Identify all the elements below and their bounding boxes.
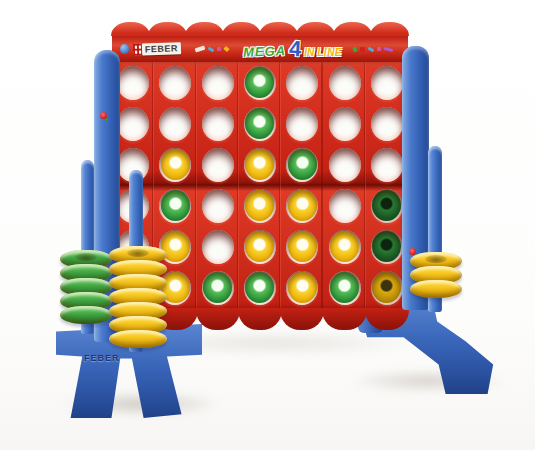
title-word-in: IN [304,47,314,58]
board-hole [117,107,149,141]
board-top-wavy-edge [112,22,408,36]
board-hole [371,148,403,182]
feber-logo: FEBER [133,42,181,56]
board-hole [117,66,149,100]
board-hole [371,230,403,264]
board-hole [329,230,361,264]
board-hole [159,189,191,223]
yellow-stacking-ring [109,330,167,348]
board-cell-r2c4[interactable] [239,103,281,144]
board-hole [286,230,318,264]
flower-sticker [100,112,107,119]
board-hole [244,230,276,264]
board-cell-r6c4[interactable] [239,267,281,308]
board-hole [329,271,361,305]
disc-green [288,149,317,180]
board-cell-r4c3[interactable] [197,185,239,226]
disc-green [372,190,401,221]
disc-yellow [288,272,317,303]
board-cell-r2c3[interactable] [197,103,239,144]
disc-yellow [288,231,317,262]
board-hole [202,189,234,223]
disc-green [330,272,359,303]
disc-green [161,190,190,221]
confetti-decoration [185,47,239,51]
board-cell-r5c5[interactable] [281,226,323,267]
disc-green [245,67,274,98]
game-title: MEGA 4 IN LINE [243,39,342,59]
board-cell-r2c2[interactable] [154,103,196,144]
board-hole [329,66,361,100]
yellow-stacking-ring [410,280,462,298]
board-cell-r2c6[interactable] [323,103,365,144]
board-cell-r1c2[interactable] [154,62,196,103]
board-hole [371,271,403,305]
board-hole [286,148,318,182]
board-hole [202,66,234,100]
board-hole [202,148,234,182]
disc-yellow [245,149,274,180]
board-cell-r1c6[interactable] [323,62,365,103]
board-cell-r6c3[interactable] [197,267,239,308]
board-hole [371,107,403,141]
green-stacking-ring [60,306,112,324]
board-hole [159,107,191,141]
disc-green [203,272,232,303]
board-cell-r4c6[interactable] [323,185,365,226]
green-ring-stack [60,250,112,324]
board-hole [286,66,318,100]
board-cell-r4c4[interactable] [239,185,281,226]
board-cell-r3c3[interactable] [197,144,239,185]
board-hole [329,107,361,141]
balloon-decoration [120,44,129,54]
board-hole [244,271,276,305]
title-word-line: LINE [317,47,342,58]
disc-yellow [245,190,274,221]
board-hole [202,107,234,141]
board-cell-r4c5[interactable] [281,185,323,226]
yellow-ring-stack-left [109,246,167,348]
board-hole [286,271,318,305]
disc-green [372,231,401,262]
board-cell-r3c6[interactable] [323,144,365,185]
feber-logo-text: FEBER [142,42,181,55]
board-cell-r1c4[interactable] [239,62,281,103]
confetti-decoration [346,47,400,52]
board-hole [329,189,361,223]
board-cell-r3c5[interactable] [281,144,323,185]
board-cell-r5c6[interactable] [323,226,365,267]
board-cell-r5c3[interactable] [197,226,239,267]
board-cell-r4c2[interactable] [154,185,196,226]
board-hole [244,189,276,223]
title-word-4: 4 [288,39,301,60]
feber-logo-red-square [133,44,142,56]
board-hole [159,66,191,100]
board-cell-r2c5[interactable] [281,103,323,144]
board-hole [244,148,276,182]
board-cell-r6c5[interactable] [281,267,323,308]
board-cell-r3c4[interactable] [239,144,281,185]
board-hole [202,230,234,264]
title-word-mega: MEGA [243,43,286,59]
board-cell-r5c4[interactable] [239,226,281,267]
yellow-ring-stack-right [410,252,462,298]
board-hole [286,107,318,141]
board-cell-r1c5[interactable] [281,62,323,103]
board-hole [202,271,234,305]
disc-green [245,272,274,303]
disc-yellow [288,190,317,221]
board-cell-r3c2[interactable] [154,144,196,185]
board-hole [329,148,361,182]
disc-green [245,108,274,139]
disc-yellow [372,272,401,303]
board-hole [371,189,403,223]
board-banner: FEBER MEGA 4 IN LINE [112,36,408,62]
board-hole [244,66,276,100]
board-hole [371,66,403,100]
board-hole [244,107,276,141]
disc-yellow [330,231,359,262]
board-cell-r1c3[interactable] [197,62,239,103]
product-photo-connect-four: FEBER FEBER MEGA 4 IN LINE [0,0,535,450]
disc-yellow [161,149,190,180]
board-hole [159,148,191,182]
board-hole [286,189,318,223]
disc-yellow [245,231,274,262]
board-cell-r6c6[interactable] [323,267,365,308]
